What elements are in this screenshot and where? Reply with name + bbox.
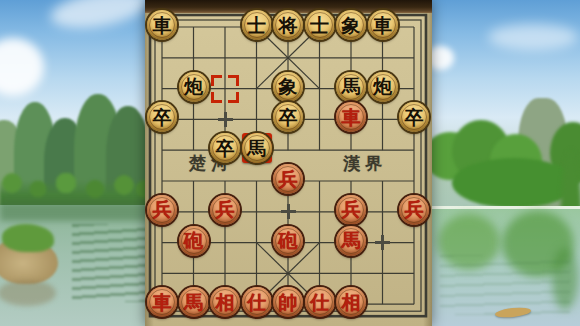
piece-black-elephant[interactable]: 象 <box>336 10 366 40</box>
rock-reflection <box>0 280 56 306</box>
piece-red-soldier[interactable]: 兵 <box>336 195 366 225</box>
piece-red-cannon[interactable]: 砲 <box>179 226 209 256</box>
water-reflection <box>72 224 150 302</box>
piece-red-elephant[interactable]: 相 <box>336 287 366 317</box>
piece-red-soldier[interactable]: 兵 <box>399 195 429 225</box>
piece-black-soldier[interactable]: 卒 <box>210 133 240 163</box>
bracket-corner <box>211 75 222 86</box>
piece-black-horse[interactable]: 馬 <box>336 72 366 102</box>
cloud <box>488 24 578 50</box>
water-reflection <box>0 203 150 221</box>
rock-grass <box>2 224 54 252</box>
last-move-origin-marker <box>211 75 239 103</box>
piece-black-elephant[interactable]: 象 <box>273 72 303 102</box>
piece-black-general[interactable]: 将 <box>273 10 303 40</box>
piece-red-advisor[interactable]: 仕 <box>242 287 272 317</box>
piece-red-cannon[interactable]: 砲 <box>273 226 303 256</box>
bracket-corner <box>228 92 239 103</box>
piece-red-chariot[interactable]: 車 <box>147 287 177 317</box>
piece-black-cannon[interactable]: 炮 <box>368 72 398 102</box>
piece-black-advisor[interactable]: 士 <box>242 10 272 40</box>
piece-red-horse[interactable]: 馬 <box>179 287 209 317</box>
piece-red-horse[interactable]: 馬 <box>336 226 366 256</box>
piece-red-general[interactable]: 帥 <box>273 287 303 317</box>
game-screen: 楚河 漢界 車士将士象車炮象馬炮卒卒卒卒馬車兵兵兵兵兵砲砲馬車馬相仕帥仕相 <box>0 0 580 326</box>
water-ripples <box>440 255 570 315</box>
piece-red-soldier[interactable]: 兵 <box>147 195 177 225</box>
point-marker-cross <box>218 112 233 127</box>
piece-red-soldier[interactable]: 兵 <box>210 195 240 225</box>
piece-black-cannon[interactable]: 炮 <box>179 72 209 102</box>
piece-red-soldier[interactable]: 兵 <box>273 164 303 194</box>
tree <box>452 158 576 208</box>
river-label-right: 漢界 <box>334 152 396 174</box>
piece-black-chariot[interactable]: 車 <box>368 10 398 40</box>
point-marker-cross <box>375 235 390 250</box>
xiangqi-board[interactable]: 楚河 漢界 車士将士象車炮象馬炮卒卒卒卒馬車兵兵兵兵兵砲砲馬車馬相仕帥仕相 <box>145 0 432 326</box>
piece-red-advisor[interactable]: 仕 <box>305 287 335 317</box>
piece-red-elephant[interactable]: 相 <box>210 287 240 317</box>
bracket-corner <box>211 92 222 103</box>
point-marker-cross <box>281 204 296 219</box>
piece-black-chariot[interactable]: 車 <box>147 10 177 40</box>
piece-black-horse[interactable]: 馬 <box>242 133 272 163</box>
bracket-corner <box>228 75 239 86</box>
piece-black-advisor[interactable]: 士 <box>305 10 335 40</box>
